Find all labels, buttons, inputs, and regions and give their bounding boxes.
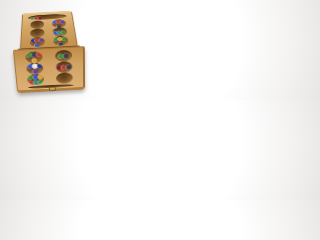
pit-right-5[interactable]: ●●● bbox=[55, 61, 72, 73]
pit-left-4[interactable]: ●●●● bbox=[25, 51, 43, 63]
pit-left-3[interactable]: ●●●● bbox=[29, 37, 44, 47]
pit-right-4[interactable]: ●● bbox=[55, 50, 72, 62]
gem-stone-blue: ● bbox=[34, 43, 39, 46]
board-far-half: ●●● ●●●● ●●● ●●●● ●●●● bbox=[20, 11, 78, 50]
gem-stone-slate: ● bbox=[63, 54, 69, 58]
gem-stone-slate: ● bbox=[58, 42, 63, 45]
gem-stone-slate: ● bbox=[66, 65, 72, 69]
far-pit-grid: ●●●● ●●● ●●●● ●●●● bbox=[25, 19, 73, 47]
pit-right-6[interactable] bbox=[56, 72, 73, 84]
gem-stone-green: ● bbox=[38, 80, 44, 84]
brass-clasp bbox=[49, 87, 56, 92]
gem-stone-amber: ● bbox=[31, 58, 37, 62]
gem-stone-maroon: ● bbox=[38, 16, 43, 18]
gem-stone-purple: ● bbox=[32, 70, 38, 74]
pit-left-5[interactable]: ●●●● bbox=[26, 63, 43, 75]
gem-stone-slate: ● bbox=[56, 24, 61, 26]
mancala-board: ●●● ●●●● ●●● ●●●● ●●●● ●●●● ●● ●●●● ●●● … bbox=[9, 0, 88, 100]
near-pit-grid: ●●●● ●● ●●●● ●●● ●●●●●● bbox=[19, 49, 78, 85]
gem-stone-green: ● bbox=[61, 30, 66, 33]
board-near-half: ●●●● ●● ●●●● ●●● ●●●●●● bbox=[13, 46, 85, 93]
photo-canvas: ●●● ●●●● ●●● ●●●● ●●●● ●●●● ●● ●●●● ●●● … bbox=[0, 0, 100, 100]
pit-right-3[interactable]: ●●●● bbox=[53, 36, 69, 46]
pit-left-6[interactable]: ●●●●●● bbox=[27, 74, 44, 86]
pit-right-2[interactable]: ●●● bbox=[52, 27, 67, 36]
